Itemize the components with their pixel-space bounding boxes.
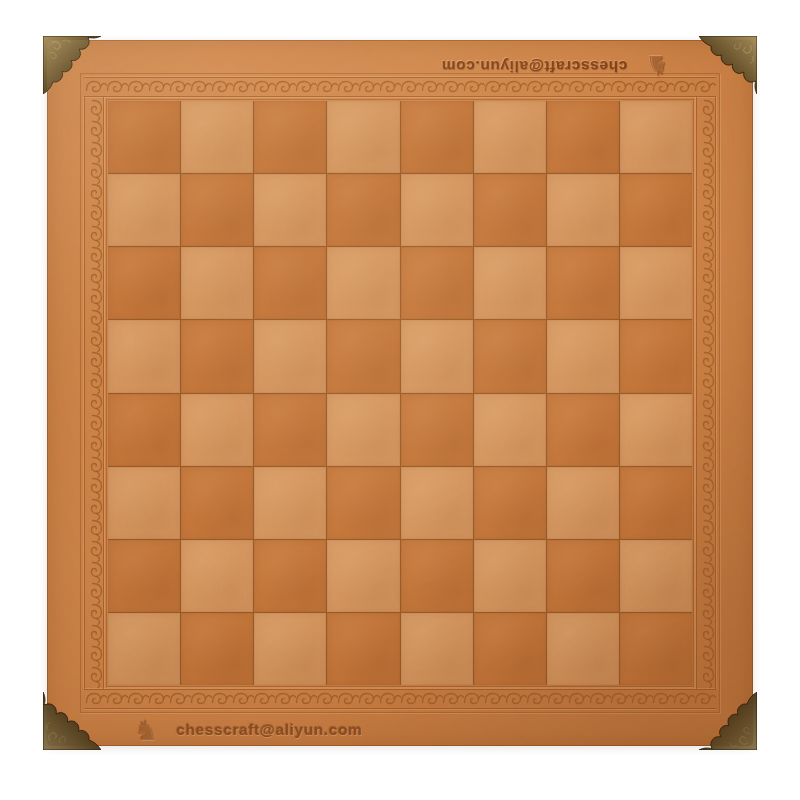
square-r4c2 bbox=[181, 320, 253, 392]
square-r7c8 bbox=[620, 540, 692, 612]
square-r8c7 bbox=[547, 613, 619, 685]
square-r7c2 bbox=[181, 540, 253, 612]
square-r6c7 bbox=[547, 467, 619, 539]
square-r5c2 bbox=[181, 394, 253, 466]
square-r4c6 bbox=[474, 320, 546, 392]
scroll-border-right bbox=[696, 97, 716, 689]
square-r6c4 bbox=[327, 467, 399, 539]
corner-protector-bottom-left bbox=[43, 692, 101, 750]
square-r4c7 bbox=[547, 320, 619, 392]
square-r3c3 bbox=[254, 247, 326, 319]
square-r5c1 bbox=[108, 394, 180, 466]
square-r1c7 bbox=[547, 101, 619, 173]
square-r3c7 bbox=[547, 247, 619, 319]
square-r1c3 bbox=[254, 101, 326, 173]
square-r6c3 bbox=[254, 467, 326, 539]
square-r6c1 bbox=[108, 467, 180, 539]
corner-protector-top-left bbox=[43, 36, 101, 94]
square-r7c3 bbox=[254, 540, 326, 612]
product-photo-page: { "game": "chess", "position": { "fen": … bbox=[0, 0, 800, 800]
scroll-pattern bbox=[85, 97, 104, 689]
square-r7c4 bbox=[327, 540, 399, 612]
square-r2c6 bbox=[474, 174, 546, 246]
scroll-border-bottom bbox=[84, 689, 716, 709]
square-r7c1 bbox=[108, 540, 180, 612]
square-r8c4 bbox=[327, 613, 399, 685]
square-r2c1 bbox=[108, 174, 180, 246]
square-r1c5 bbox=[401, 101, 473, 173]
square-r3c8 bbox=[620, 247, 692, 319]
square-r3c4 bbox=[327, 247, 399, 319]
square-r5c6 bbox=[474, 394, 546, 466]
square-r1c2 bbox=[181, 101, 253, 173]
square-r3c5 bbox=[401, 247, 473, 319]
square-r8c8 bbox=[620, 613, 692, 685]
square-r8c2 bbox=[181, 613, 253, 685]
square-r1c6 bbox=[474, 101, 546, 173]
square-r8c5 bbox=[401, 613, 473, 685]
square-r7c7 bbox=[547, 540, 619, 612]
corner-protector-top-right bbox=[699, 36, 757, 94]
square-r5c5 bbox=[401, 394, 473, 466]
square-r1c4 bbox=[327, 101, 399, 173]
knight-icon: ♞ bbox=[645, 53, 669, 80]
square-r5c7 bbox=[547, 394, 619, 466]
square-r4c4 bbox=[327, 320, 399, 392]
brand-email-text: chesscraft@aliyun.com bbox=[176, 721, 362, 739]
square-r4c8 bbox=[620, 320, 692, 392]
square-r4c3 bbox=[254, 320, 326, 392]
square-r8c3 bbox=[254, 613, 326, 685]
square-r7c6 bbox=[474, 540, 546, 612]
chess-board: ♞ chesscraft@aliyun.com ♞ chesscraft@ali… bbox=[47, 40, 753, 746]
square-r3c6 bbox=[474, 247, 546, 319]
square-r1c1 bbox=[108, 101, 180, 173]
square-r5c4 bbox=[327, 394, 399, 466]
square-r4c5 bbox=[401, 320, 473, 392]
brand-stamp-bottom: ♞ chesscraft@aliyun.com bbox=[134, 715, 362, 745]
square-r2c7 bbox=[547, 174, 619, 246]
square-r2c4 bbox=[327, 174, 399, 246]
square-r2c3 bbox=[254, 174, 326, 246]
scroll-pattern bbox=[84, 690, 716, 710]
square-r6c5 bbox=[401, 467, 473, 539]
square-r7c5 bbox=[401, 540, 473, 612]
square-r8c6 bbox=[474, 613, 546, 685]
board-grid bbox=[108, 101, 692, 685]
square-r2c5 bbox=[401, 174, 473, 246]
square-r3c1 bbox=[108, 247, 180, 319]
square-r4c1 bbox=[108, 320, 180, 392]
square-r5c8 bbox=[620, 394, 692, 466]
square-r8c1 bbox=[108, 613, 180, 685]
scroll-pattern bbox=[697, 97, 716, 689]
square-r1c8 bbox=[620, 101, 692, 173]
scroll-pattern bbox=[84, 78, 716, 98]
square-r2c8 bbox=[620, 174, 692, 246]
knight-icon: ♞ bbox=[134, 717, 158, 744]
square-r6c8 bbox=[620, 467, 692, 539]
square-r6c2 bbox=[181, 467, 253, 539]
square-r5c3 bbox=[254, 394, 326, 466]
brand-email-text: chesscraft@aliyun.com bbox=[441, 57, 627, 75]
square-r3c2 bbox=[181, 247, 253, 319]
square-r6c6 bbox=[474, 467, 546, 539]
square-r2c2 bbox=[181, 174, 253, 246]
brand-stamp-top: ♞ chesscraft@aliyun.com bbox=[441, 51, 669, 81]
scroll-border-left bbox=[84, 97, 104, 689]
corner-protector-bottom-right bbox=[699, 692, 757, 750]
